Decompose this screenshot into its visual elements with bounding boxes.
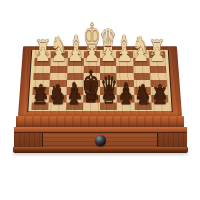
drawer-base <box>14 127 187 153</box>
square <box>100 95 117 103</box>
drawer-row <box>14 133 187 147</box>
square <box>35 51 52 58</box>
board-grid <box>31 51 168 110</box>
square <box>67 58 84 65</box>
square <box>31 102 49 110</box>
square <box>116 65 133 72</box>
square <box>49 102 66 110</box>
drawer-front <box>42 133 158 147</box>
square <box>83 87 100 94</box>
square <box>83 102 100 110</box>
square <box>83 80 100 87</box>
square <box>100 65 117 72</box>
square <box>100 73 117 80</box>
square <box>32 95 49 103</box>
square <box>116 51 132 58</box>
square <box>133 65 150 72</box>
square <box>117 80 134 87</box>
square <box>150 80 167 87</box>
square <box>116 58 133 65</box>
base-right-cap <box>158 133 187 147</box>
square <box>151 102 169 110</box>
square <box>134 102 151 110</box>
square <box>117 87 134 94</box>
square <box>83 95 100 103</box>
square <box>50 73 67 80</box>
square <box>66 80 83 87</box>
square <box>151 95 168 103</box>
base-bottom-molding <box>13 147 188 153</box>
square <box>49 95 66 103</box>
square <box>149 65 166 72</box>
square <box>100 87 117 94</box>
square <box>134 87 151 94</box>
square <box>32 87 49 94</box>
square <box>34 58 51 65</box>
square <box>34 65 51 72</box>
square <box>117 102 134 110</box>
square <box>49 87 66 94</box>
square <box>100 80 117 87</box>
square <box>133 51 150 58</box>
square <box>117 95 134 103</box>
square <box>84 58 100 65</box>
square <box>133 80 150 87</box>
square <box>149 51 166 58</box>
square <box>83 65 100 72</box>
square <box>66 102 83 110</box>
square <box>66 95 83 103</box>
chess-board <box>18 46 182 116</box>
square <box>84 51 100 58</box>
square <box>66 87 83 94</box>
square <box>33 80 50 87</box>
square <box>51 58 68 65</box>
square <box>83 73 100 80</box>
square <box>100 51 116 58</box>
square <box>50 80 67 87</box>
square <box>33 73 50 80</box>
square <box>67 65 84 72</box>
square <box>117 73 134 80</box>
square <box>149 58 166 65</box>
square <box>51 51 68 58</box>
square <box>67 73 84 80</box>
square <box>134 95 151 103</box>
board-frame <box>18 46 182 116</box>
square <box>100 58 116 65</box>
square <box>50 65 67 72</box>
square <box>100 102 117 110</box>
chess-set-photo: ♜♞♝♚♛♝♞♜♟♟♟♟♟♟♟♟♟♟♟♟♟♟♟♟♜♞♝♚♛♝♞♜ <box>0 0 200 200</box>
square <box>133 58 150 65</box>
board-margin <box>27 50 172 112</box>
drawer-knob-icon <box>95 135 106 146</box>
square <box>150 87 167 94</box>
square <box>67 51 83 58</box>
square <box>133 73 150 80</box>
square <box>150 73 167 80</box>
base-left-cap <box>14 133 42 147</box>
